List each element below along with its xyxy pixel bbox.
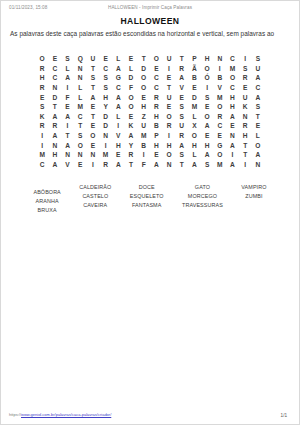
grid-cell: A [61,140,74,150]
grid-cell: L [61,64,74,74]
grid-cell: O [137,83,150,93]
grid-cell: S [175,150,188,160]
grid-cell: O [201,64,214,74]
grid-cell: Z [137,112,150,122]
grid-cell: A [49,160,62,170]
grid-cell: H [226,92,239,102]
grid-cell: T [175,160,188,170]
grid-cell: P [188,54,201,64]
grid-cell: H [163,140,176,150]
grid-cell: O [213,102,226,112]
grid-cell: D [99,112,112,122]
grid-cell: E [99,54,112,64]
grid-cell: C [150,73,163,83]
grid-cell: I [163,64,176,74]
grid-cell: R [150,102,163,112]
grid-cell: N [49,83,62,93]
grid-cell: I [61,121,74,131]
grid-cell: E [61,102,74,112]
grid-cell: R [239,121,252,131]
grid-cell: N [99,131,112,141]
grid-cell: U [252,64,265,74]
grid-cell: R [125,150,138,160]
grid-cell: R [175,131,188,141]
grid-cell: L [112,54,125,64]
grid-cell: T [125,160,138,170]
grid-cell: G [112,73,125,83]
grid-cell: A [175,140,188,150]
grid-cell: H [201,140,214,150]
grid-cell: U [163,54,176,64]
word-item: BRUXA [38,206,57,215]
grid-cell: N [49,140,62,150]
grid-cell: H [112,140,125,150]
grid-cell: N [163,160,176,170]
grid-cell: Ó [201,73,214,83]
grid-cell: H [188,140,201,150]
grid-cell: O [74,140,87,150]
grid-cell: G [213,140,226,150]
grid-cell: U [175,121,188,131]
grid-cell: N [61,150,74,160]
grid-cell: A [188,160,201,170]
grid-cell: T [74,121,87,131]
grid-cell: B [150,121,163,131]
grid-cell: C [112,83,125,93]
grid-cell: A [252,150,265,160]
grid-cell: S [175,112,188,122]
grid-cell: A [112,102,125,112]
grid-cell: E [87,121,100,131]
grid-cell: R [175,64,188,74]
grid-cell: M [137,131,150,141]
grid-cell: L [74,83,87,93]
grid-cell: O [87,131,100,141]
grid-cell: A [49,131,62,141]
grid-cell: R [99,160,112,170]
grid-cell: N [252,160,265,170]
grid-cell: A [226,112,239,122]
grid-cell: T [239,140,252,150]
grid-cell: H [36,73,49,83]
grid-cell: U [137,121,150,131]
grid-cell: N [74,73,87,83]
grid-cell: P [150,131,163,141]
grid-cell: N [213,54,226,64]
grid-cell: A [87,92,100,102]
grid-cell: H [226,102,239,112]
grid-cell: O [188,131,201,141]
grid-cell: T [61,131,74,141]
grid-cell: R [239,73,252,83]
grid-cell: U [239,92,252,102]
grid-cell: E [213,131,226,141]
grid-cell: I [112,121,125,131]
grid-cell: E [125,112,138,122]
grid-cell: E [49,54,62,64]
grid-cell: O [163,150,176,160]
grid-cell: X [188,121,201,131]
grid-cell: V [175,83,188,93]
grid-cell: O [125,102,138,112]
grid-cell: S [252,102,265,112]
grid-cell: A [226,160,239,170]
word-item: CALDEIRÃO [79,183,111,192]
grid-cell: R [49,121,62,131]
grid-cell: C [49,73,62,83]
grid-cell: O [150,54,163,64]
grid-cell: R [163,121,176,131]
grid-cell: H [201,54,214,64]
grid-cell: E [239,83,252,93]
grid-cell: B [213,73,226,83]
grid-cell: I [87,160,100,170]
grid-cell: E [188,83,201,93]
grid-cell: D [99,121,112,131]
grid-cell: C [74,112,87,122]
grid-cell: E [74,160,87,170]
grid-cell: T [239,150,252,160]
grid-cell: D [125,73,138,83]
grid-cell: T [163,83,176,93]
grid-cell: F [125,83,138,93]
word-item: GATO [195,183,210,192]
word-list-column: CALDEIRÃOCASTELOCAVEIRA [79,183,111,210]
grid-cell: H [49,150,62,160]
grid-cell: E [87,140,100,150]
grid-cell: E [201,131,214,141]
grid-cell: S [87,73,100,83]
grid-cell: A [252,73,265,83]
grid-cell: K [125,121,138,131]
grid-cell: S [74,131,87,141]
grid-cell: H [99,92,112,102]
grid-cell: A [226,140,239,150]
grid-cell: E [163,102,176,112]
url-prefix: https:// [9,412,21,417]
word-item: ABÓBORA [33,188,60,197]
grid-cell: T [49,102,62,112]
grid-cell: E [150,150,163,160]
grid-cell: E [175,92,188,102]
grid-cell: O [137,73,150,83]
grid-cell: S [36,102,49,112]
word-search-grid: OESQUELETOUTPHNCISRCLNTCALDEIRÃOIMSUHCAN… [36,54,264,169]
grid-cell: I [213,64,226,74]
grid-cell: R [36,121,49,131]
grid-cell: K [239,102,252,112]
grid-cell: O [252,140,265,150]
grid-cell: A [201,150,214,160]
grid-cell: A [150,160,163,170]
grid-cell: A [112,64,125,74]
printed-page: 01/11/2023, 15:08 HALLOWEEN - Imprimir C… [0,0,300,425]
grid-cell: R [213,112,226,122]
word-list-column: DOCEESQUELETOFANTASMA [130,183,164,210]
word-list-column: GATOMORCEGOTRAVESSURAS [182,183,223,210]
grid-cell: A [61,73,74,83]
grid-cell: U [163,92,176,102]
grid-cell: M [36,150,49,160]
grid-cell: I [36,140,49,150]
grid-cell: C [99,64,112,74]
grid-cell: E [36,92,49,102]
grid-cell: N [239,112,252,122]
grid-cell: I [137,150,150,160]
grid-cell: Y [125,140,138,150]
grid-cell: H [150,140,163,150]
grid-cell: D [49,92,62,102]
word-item: ESQUELETO [130,192,164,201]
grid-cell: I [201,83,214,93]
grid-cell: L [74,92,87,102]
grid-cell: E [201,102,214,112]
grid-cell: E [163,73,176,83]
grid-cell: L [112,112,125,122]
grid-cell: F [61,92,74,102]
grid-cell: V [112,131,125,141]
grid-cell: N [226,131,239,141]
grid-cell: L [125,64,138,74]
grid-cell: R [150,92,163,102]
grid-cell: F [137,160,150,170]
grid-cell: B [137,140,150,150]
grid-cell: A [201,121,214,131]
grid-cell: S [252,54,265,64]
grid-cell: Y [99,102,112,112]
grid-cell: M [99,150,112,160]
grid-cell: I [226,150,239,160]
grid-cell: O [36,54,49,64]
grid-cell: A [175,73,188,83]
source-url: https://www.geniol.com.br/palavras/caca-… [9,412,111,417]
grid-cell: E [137,92,150,102]
word-item: FANTASMA [132,201,161,210]
grid-cell: T [175,54,188,64]
instructions-text: As palavras deste caça palavras estão es… [10,30,295,38]
grid-cell: S [201,160,214,170]
grid-cell: I [36,131,49,141]
grid-cell: O [213,150,226,160]
grid-cell: A [112,160,125,170]
grid-cell: S [99,83,112,93]
grid-cell: A [125,131,138,141]
word-item: CASTELO [82,192,108,201]
grid-cell: S [175,102,188,112]
grid-cell: A [252,92,265,102]
grid-cell: S [61,54,74,64]
page-indicator: 1/1 [281,413,287,418]
grid-cell: R [36,64,49,74]
word-item: ZUMBI [245,192,262,201]
grid-cell: T [87,64,100,74]
grid-cell: C [49,64,62,74]
grid-cell: I [61,83,74,93]
grid-cell: S [201,92,214,102]
grid-cell: M [188,102,201,112]
grid-cell: M [74,102,87,112]
grid-cell: S [239,64,252,74]
grid-cell: H [239,131,252,141]
grid-cell: Ã [188,64,201,74]
grid-cell: A [61,112,74,122]
word-item: TRAVESSURAS [182,201,223,210]
grid-cell: I [99,140,112,150]
word-list-column: ABÓBORAARANHABRUXA [33,188,60,215]
grid-cell: L [188,150,201,160]
grid-cell: T [137,54,150,64]
page-title: HALLOWEEN [1,16,299,26]
grid-cell: T [252,112,265,122]
grid-cell: O [163,112,176,122]
grid-cell: V [213,83,226,93]
grid-cell: K [36,112,49,122]
word-list-column: VAMPIROZUMBI [241,183,266,201]
grid-cell: C [252,83,265,93]
grid-cell: L [188,112,201,122]
grid-cell: H [150,112,163,122]
grid-cell: O [226,73,239,83]
grid-cell: M [226,64,239,74]
grid-cell: U [87,54,100,64]
grid-cell: B [188,73,201,83]
grid-cell: S [99,73,112,83]
word-item: DOCE [139,183,155,192]
grid-cell: R [36,83,49,93]
grid-cell: A [49,112,62,122]
grid-cell: E [112,150,125,160]
grid-cell: D [137,64,150,74]
url-link[interactable]: www.geniol.com.br/palavras/caca-palavras… [21,412,111,417]
grid-cell: E [252,121,265,131]
grid-cell: M [213,160,226,170]
word-item: ARANHA [36,197,59,206]
grid-cell: C [226,83,239,93]
grid-cell: O [125,92,138,102]
word-item: VAMPIRO [241,183,266,192]
grid-cell: V [61,160,74,170]
grid-cell: I [163,131,176,141]
grid-cell: E [125,54,138,64]
grid-cell: Q [74,54,87,64]
grid-cell: C [226,54,239,64]
grid-cell: C [36,160,49,170]
grid-cell: C [150,83,163,93]
grid-cell: E [150,64,163,74]
grid-cell: N [74,64,87,74]
word-list: ABÓBORAARANHABRUXACALDEIRÃOCASTELOCAVEIR… [15,183,285,215]
grid-cell: D [188,92,201,102]
grid-cell: E [87,102,100,112]
grid-cell: H [137,102,150,112]
grid-cell: T [87,83,100,93]
word-item: MORCEGO [188,192,217,201]
grid-cell: C [213,121,226,131]
grid-cell: L [252,131,265,141]
print-doc-title: HALLOWEEN - Imprimir Caça Palavras [1,5,299,10]
grid-cell: N [87,150,100,160]
grid-cell: I [239,54,252,64]
grid-cell: M [213,92,226,102]
grid-cell: A [112,92,125,102]
grid-cell: I [239,160,252,170]
grid-cell: T [87,112,100,122]
grid-cell: N [74,150,87,160]
grid-cell: E [226,121,239,131]
word-item: CAVEIRA [83,201,107,210]
grid-cell: O [201,112,214,122]
